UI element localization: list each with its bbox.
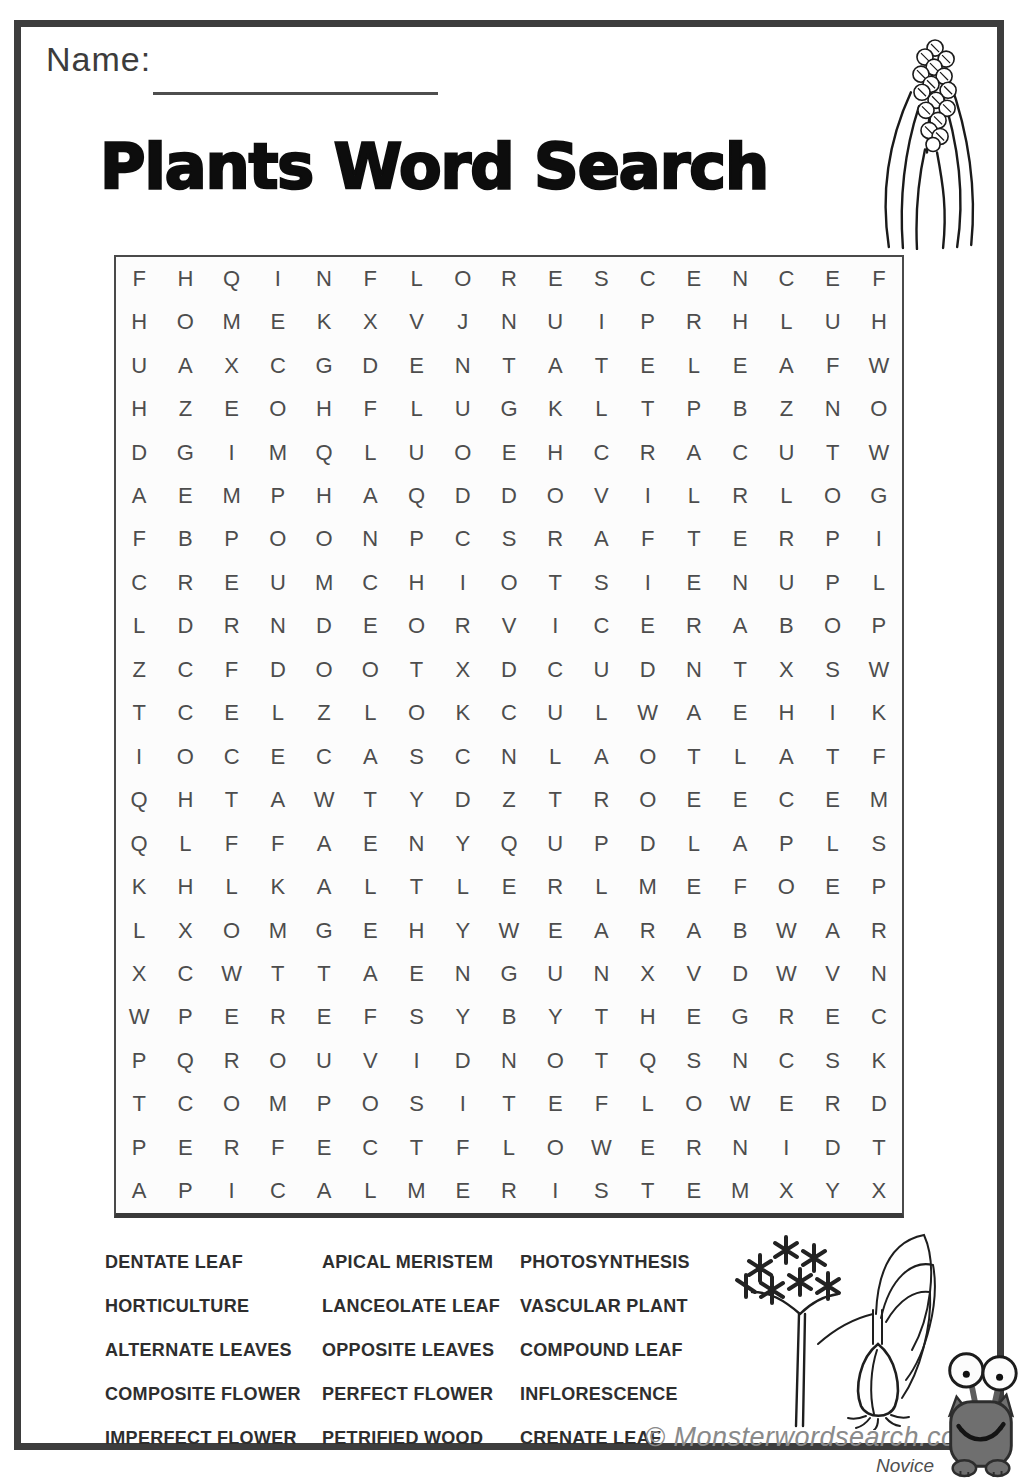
grid-cell-r1c17[interactable]: F	[856, 257, 902, 300]
grid-cell-r13c7[interactable]: Y	[393, 778, 439, 821]
grid-cell-r21c17[interactable]: T	[856, 1126, 902, 1169]
grid-cell-r21c8[interactable]: F	[440, 1126, 486, 1169]
grid-cell-r21c14[interactable]: N	[717, 1126, 763, 1169]
grid-cell-r17c3[interactable]: W	[208, 952, 254, 995]
grid-cell-r14c2[interactable]: L	[162, 822, 208, 865]
grid-cell-r2c7[interactable]: V	[393, 300, 439, 343]
grid-cell-r12c12[interactable]: O	[625, 735, 671, 778]
grid-cell-r1c4[interactable]: I	[255, 257, 301, 300]
grid-cell-r3c3[interactable]: X	[208, 344, 254, 387]
grid-cell-r7c1[interactable]: F	[116, 518, 162, 561]
grid-cell-r14c5[interactable]: A	[301, 822, 347, 865]
grid-cell-r19c14[interactable]: N	[717, 1039, 763, 1082]
grid-cell-r2c12[interactable]: P	[625, 300, 671, 343]
grid-cell-r7c17[interactable]: I	[856, 518, 902, 561]
grid-cell-r12c1[interactable]: I	[116, 735, 162, 778]
grid-cell-r10c15[interactable]: X	[763, 648, 809, 691]
grid-cell-r22c6[interactable]: L	[347, 1170, 393, 1213]
grid-cell-r5c12[interactable]: R	[625, 431, 671, 474]
grid-cell-r16c17[interactable]: R	[856, 909, 902, 952]
grid-cell-r21c15[interactable]: I	[763, 1126, 809, 1169]
grid-cell-r20c10[interactable]: E	[532, 1083, 578, 1126]
grid-cell-r5c6[interactable]: L	[347, 431, 393, 474]
grid-cell-r20c16[interactable]: R	[810, 1083, 856, 1126]
grid-cell-r3c16[interactable]: F	[810, 344, 856, 387]
grid-cell-r6c14[interactable]: R	[717, 474, 763, 517]
grid-cell-r21c2[interactable]: E	[162, 1126, 208, 1169]
grid-cell-r16c5[interactable]: G	[301, 909, 347, 952]
grid-cell-r4c17[interactable]: O	[856, 387, 902, 430]
grid-cell-r11c5[interactable]: Z	[301, 692, 347, 735]
grid-cell-r12c3[interactable]: C	[208, 735, 254, 778]
grid-cell-r22c3[interactable]: I	[208, 1170, 254, 1213]
grid-cell-r12c2[interactable]: O	[162, 735, 208, 778]
grid-cell-r2c4[interactable]: E	[255, 300, 301, 343]
grid-cell-r17c6[interactable]: A	[347, 952, 393, 995]
grid-cell-r18c6[interactable]: F	[347, 996, 393, 1039]
grid-cell-r2c9[interactable]: N	[486, 300, 532, 343]
grid-cell-r1c15[interactable]: C	[763, 257, 809, 300]
grid-cell-r12c7[interactable]: S	[393, 735, 439, 778]
grid-cell-r11c4[interactable]: L	[255, 692, 301, 735]
grid-cell-r18c7[interactable]: S	[393, 996, 439, 1039]
grid-cell-r11c11[interactable]: L	[578, 692, 624, 735]
grid-cell-r7c15[interactable]: R	[763, 518, 809, 561]
grid-cell-r21c12[interactable]: E	[625, 1126, 671, 1169]
grid-cell-r19c1[interactable]: P	[116, 1039, 162, 1082]
grid-cell-r1c14[interactable]: N	[717, 257, 763, 300]
grid-cell-r6c10[interactable]: O	[532, 474, 578, 517]
grid-cell-r4c8[interactable]: U	[440, 387, 486, 430]
grid-cell-r14c7[interactable]: N	[393, 822, 439, 865]
grid-cell-r12c6[interactable]: A	[347, 735, 393, 778]
grid-cell-r14c10[interactable]: U	[532, 822, 578, 865]
grid-cell-r5c17[interactable]: W	[856, 431, 902, 474]
grid-cell-r18c3[interactable]: E	[208, 996, 254, 1039]
grid-cell-r9c12[interactable]: E	[625, 605, 671, 648]
grid-cell-r4c12[interactable]: T	[625, 387, 671, 430]
grid-cell-r7c4[interactable]: O	[255, 518, 301, 561]
grid-cell-r14c4[interactable]: F	[255, 822, 301, 865]
grid-cell-r16c12[interactable]: R	[625, 909, 671, 952]
grid-cell-r17c2[interactable]: C	[162, 952, 208, 995]
grid-cell-r4c7[interactable]: L	[393, 387, 439, 430]
grid-cell-r13c15[interactable]: C	[763, 778, 809, 821]
grid-cell-r17c7[interactable]: E	[393, 952, 439, 995]
grid-cell-r14c6[interactable]: E	[347, 822, 393, 865]
grid-cell-r13c14[interactable]: E	[717, 778, 763, 821]
grid-cell-r2c16[interactable]: U	[810, 300, 856, 343]
grid-cell-r5c8[interactable]: O	[440, 431, 486, 474]
grid-cell-r9c1[interactable]: L	[116, 605, 162, 648]
grid-cell-r7c13[interactable]: T	[671, 518, 717, 561]
grid-cell-r3c6[interactable]: D	[347, 344, 393, 387]
grid-cell-r19c7[interactable]: I	[393, 1039, 439, 1082]
grid-cell-r3c11[interactable]: T	[578, 344, 624, 387]
grid-cell-r22c16[interactable]: Y	[810, 1170, 856, 1213]
grid-cell-r16c6[interactable]: E	[347, 909, 393, 952]
grid-cell-r14c3[interactable]: F	[208, 822, 254, 865]
grid-cell-r7c11[interactable]: A	[578, 518, 624, 561]
grid-cell-r6c2[interactable]: E	[162, 474, 208, 517]
grid-cell-r14c14[interactable]: A	[717, 822, 763, 865]
grid-cell-r13c5[interactable]: W	[301, 778, 347, 821]
grid-cell-r16c3[interactable]: O	[208, 909, 254, 952]
grid-cell-r13c11[interactable]: R	[578, 778, 624, 821]
grid-cell-r11c13[interactable]: A	[671, 692, 717, 735]
grid-cell-r5c11[interactable]: C	[578, 431, 624, 474]
grid-cell-r10c13[interactable]: N	[671, 648, 717, 691]
grid-cell-r2c2[interactable]: O	[162, 300, 208, 343]
grid-cell-r20c13[interactable]: O	[671, 1083, 717, 1126]
grid-cell-r22c8[interactable]: E	[440, 1170, 486, 1213]
grid-cell-r3c10[interactable]: A	[532, 344, 578, 387]
grid-cell-r2c14[interactable]: H	[717, 300, 763, 343]
grid-cell-r4c4[interactable]: O	[255, 387, 301, 430]
grid-cell-r16c8[interactable]: Y	[440, 909, 486, 952]
grid-cell-r9c2[interactable]: D	[162, 605, 208, 648]
grid-cell-r8c1[interactable]: C	[116, 561, 162, 604]
grid-cell-r7c16[interactable]: P	[810, 518, 856, 561]
grid-cell-r5c1[interactable]: D	[116, 431, 162, 474]
grid-cell-r3c9[interactable]: T	[486, 344, 532, 387]
grid-cell-r12c9[interactable]: N	[486, 735, 532, 778]
grid-cell-r18c8[interactable]: Y	[440, 996, 486, 1039]
grid-cell-r10c3[interactable]: F	[208, 648, 254, 691]
grid-cell-r8c6[interactable]: C	[347, 561, 393, 604]
grid-cell-r3c5[interactable]: G	[301, 344, 347, 387]
grid-cell-r22c14[interactable]: M	[717, 1170, 763, 1213]
grid-cell-r6c9[interactable]: D	[486, 474, 532, 517]
grid-cell-r3c2[interactable]: A	[162, 344, 208, 387]
grid-cell-r7c14[interactable]: E	[717, 518, 763, 561]
grid-cell-r22c4[interactable]: C	[255, 1170, 301, 1213]
grid-cell-r17c5[interactable]: T	[301, 952, 347, 995]
grid-cell-r18c2[interactable]: P	[162, 996, 208, 1039]
grid-cell-r8c8[interactable]: I	[440, 561, 486, 604]
grid-cell-r15c17[interactable]: P	[856, 865, 902, 908]
grid-cell-r15c3[interactable]: L	[208, 865, 254, 908]
grid-cell-r18c14[interactable]: G	[717, 996, 763, 1039]
grid-cell-r20c12[interactable]: L	[625, 1083, 671, 1126]
grid-cell-r11c2[interactable]: C	[162, 692, 208, 735]
grid-cell-r2c8[interactable]: J	[440, 300, 486, 343]
grid-cell-r19c12[interactable]: Q	[625, 1039, 671, 1082]
grid-cell-r8c17[interactable]: L	[856, 561, 902, 604]
grid-cell-r13c4[interactable]: A	[255, 778, 301, 821]
grid-cell-r2c11[interactable]: I	[578, 300, 624, 343]
grid-cell-r18c17[interactable]: C	[856, 996, 902, 1039]
grid-cell-r4c6[interactable]: F	[347, 387, 393, 430]
grid-cell-r15c7[interactable]: T	[393, 865, 439, 908]
grid-cell-r1c7[interactable]: L	[393, 257, 439, 300]
grid-cell-r5c9[interactable]: E	[486, 431, 532, 474]
grid-cell-r22c13[interactable]: E	[671, 1170, 717, 1213]
grid-cell-r9c16[interactable]: O	[810, 605, 856, 648]
grid-cell-r14c9[interactable]: Q	[486, 822, 532, 865]
grid-cell-r22c9[interactable]: R	[486, 1170, 532, 1213]
grid-cell-r8c13[interactable]: E	[671, 561, 717, 604]
grid-cell-r9c14[interactable]: A	[717, 605, 763, 648]
grid-cell-r4c16[interactable]: N	[810, 387, 856, 430]
grid-cell-r3c7[interactable]: E	[393, 344, 439, 387]
grid-cell-r1c13[interactable]: E	[671, 257, 717, 300]
grid-cell-r10c8[interactable]: X	[440, 648, 486, 691]
grid-cell-r6c15[interactable]: L	[763, 474, 809, 517]
grid-cell-r11c3[interactable]: E	[208, 692, 254, 735]
grid-cell-r9c11[interactable]: C	[578, 605, 624, 648]
grid-cell-r1c5[interactable]: N	[301, 257, 347, 300]
grid-cell-r4c14[interactable]: B	[717, 387, 763, 430]
grid-cell-r21c11[interactable]: W	[578, 1126, 624, 1169]
grid-cell-r7c2[interactable]: B	[162, 518, 208, 561]
grid-cell-r5c13[interactable]: A	[671, 431, 717, 474]
grid-cell-r6c11[interactable]: V	[578, 474, 624, 517]
grid-cell-r9c6[interactable]: E	[347, 605, 393, 648]
grid-cell-r13c13[interactable]: E	[671, 778, 717, 821]
grid-cell-r6c12[interactable]: I	[625, 474, 671, 517]
grid-cell-r8c11[interactable]: S	[578, 561, 624, 604]
grid-cell-r19c2[interactable]: Q	[162, 1039, 208, 1082]
grid-cell-r10c17[interactable]: W	[856, 648, 902, 691]
grid-cell-r15c4[interactable]: K	[255, 865, 301, 908]
grid-cell-r20c17[interactable]: D	[856, 1083, 902, 1126]
grid-cell-r20c4[interactable]: M	[255, 1083, 301, 1126]
grid-cell-r18c5[interactable]: E	[301, 996, 347, 1039]
grid-cell-r21c13[interactable]: R	[671, 1126, 717, 1169]
grid-cell-r18c11[interactable]: T	[578, 996, 624, 1039]
grid-cell-r8c5[interactable]: M	[301, 561, 347, 604]
grid-cell-r6c4[interactable]: P	[255, 474, 301, 517]
grid-cell-r6c3[interactable]: M	[208, 474, 254, 517]
grid-cell-r8c9[interactable]: O	[486, 561, 532, 604]
grid-cell-r20c7[interactable]: S	[393, 1083, 439, 1126]
grid-cell-r8c4[interactable]: U	[255, 561, 301, 604]
grid-cell-r17c14[interactable]: D	[717, 952, 763, 995]
grid-cell-r3c1[interactable]: U	[116, 344, 162, 387]
grid-cell-r4c9[interactable]: G	[486, 387, 532, 430]
grid-cell-r15c8[interactable]: L	[440, 865, 486, 908]
grid-cell-r21c6[interactable]: C	[347, 1126, 393, 1169]
grid-cell-r17c13[interactable]: V	[671, 952, 717, 995]
grid-cell-r2c6[interactable]: X	[347, 300, 393, 343]
grid-cell-r17c11[interactable]: N	[578, 952, 624, 995]
grid-cell-r19c15[interactable]: C	[763, 1039, 809, 1082]
grid-cell-r15c2[interactable]: H	[162, 865, 208, 908]
grid-cell-r19c16[interactable]: S	[810, 1039, 856, 1082]
grid-cell-r18c9[interactable]: B	[486, 996, 532, 1039]
grid-cell-r11c1[interactable]: T	[116, 692, 162, 735]
grid-cell-r9c7[interactable]: O	[393, 605, 439, 648]
grid-cell-r16c9[interactable]: W	[486, 909, 532, 952]
grid-cell-r15c9[interactable]: E	[486, 865, 532, 908]
grid-cell-r17c8[interactable]: N	[440, 952, 486, 995]
grid-cell-r15c1[interactable]: K	[116, 865, 162, 908]
grid-cell-r5c10[interactable]: H	[532, 431, 578, 474]
grid-cell-r20c5[interactable]: P	[301, 1083, 347, 1126]
grid-cell-r4c11[interactable]: L	[578, 387, 624, 430]
grid-cell-r22c1[interactable]: A	[116, 1170, 162, 1213]
grid-cell-r22c15[interactable]: X	[763, 1170, 809, 1213]
grid-cell-r9c15[interactable]: B	[763, 605, 809, 648]
grid-cell-r10c7[interactable]: T	[393, 648, 439, 691]
grid-cell-r9c10[interactable]: I	[532, 605, 578, 648]
grid-cell-r9c3[interactable]: R	[208, 605, 254, 648]
grid-cell-r11c17[interactable]: K	[856, 692, 902, 735]
grid-cell-r8c10[interactable]: T	[532, 561, 578, 604]
grid-cell-r15c16[interactable]: E	[810, 865, 856, 908]
grid-cell-r16c10[interactable]: E	[532, 909, 578, 952]
grid-cell-r18c15[interactable]: R	[763, 996, 809, 1039]
grid-cell-r11c10[interactable]: U	[532, 692, 578, 735]
grid-cell-r19c6[interactable]: V	[347, 1039, 393, 1082]
grid-cell-r14c13[interactable]: L	[671, 822, 717, 865]
grid-cell-r21c3[interactable]: R	[208, 1126, 254, 1169]
grid-cell-r12c15[interactable]: A	[763, 735, 809, 778]
grid-cell-r14c8[interactable]: Y	[440, 822, 486, 865]
grid-cell-r5c7[interactable]: U	[393, 431, 439, 474]
grid-cell-r10c4[interactable]: D	[255, 648, 301, 691]
grid-cell-r1c16[interactable]: E	[810, 257, 856, 300]
grid-cell-r1c8[interactable]: O	[440, 257, 486, 300]
grid-cell-r4c5[interactable]: H	[301, 387, 347, 430]
grid-cell-r7c6[interactable]: N	[347, 518, 393, 561]
grid-cell-r3c14[interactable]: E	[717, 344, 763, 387]
grid-cell-r9c5[interactable]: D	[301, 605, 347, 648]
grid-cell-r15c13[interactable]: E	[671, 865, 717, 908]
grid-cell-r15c14[interactable]: F	[717, 865, 763, 908]
grid-cell-r11c15[interactable]: H	[763, 692, 809, 735]
grid-cell-r5c4[interactable]: M	[255, 431, 301, 474]
grid-cell-r21c9[interactable]: L	[486, 1126, 532, 1169]
grid-cell-r13c9[interactable]: Z	[486, 778, 532, 821]
grid-cell-r10c11[interactable]: U	[578, 648, 624, 691]
grid-cell-r19c9[interactable]: N	[486, 1039, 532, 1082]
grid-cell-r10c16[interactable]: S	[810, 648, 856, 691]
grid-cell-r20c6[interactable]: O	[347, 1083, 393, 1126]
grid-cell-r19c3[interactable]: R	[208, 1039, 254, 1082]
grid-cell-r19c17[interactable]: K	[856, 1039, 902, 1082]
grid-cell-r1c10[interactable]: E	[532, 257, 578, 300]
grid-cell-r16c13[interactable]: A	[671, 909, 717, 952]
grid-cell-r17c12[interactable]: X	[625, 952, 671, 995]
grid-cell-r14c11[interactable]: P	[578, 822, 624, 865]
grid-cell-r6c5[interactable]: H	[301, 474, 347, 517]
grid-cell-r9c13[interactable]: R	[671, 605, 717, 648]
grid-cell-r2c13[interactable]: R	[671, 300, 717, 343]
grid-cell-r11c12[interactable]: W	[625, 692, 671, 735]
grid-cell-r5c14[interactable]: C	[717, 431, 763, 474]
grid-cell-r7c3[interactable]: P	[208, 518, 254, 561]
grid-cell-r15c11[interactable]: L	[578, 865, 624, 908]
grid-cell-r16c15[interactable]: W	[763, 909, 809, 952]
grid-cell-r7c12[interactable]: F	[625, 518, 671, 561]
grid-cell-r9c4[interactable]: N	[255, 605, 301, 648]
grid-cell-r21c7[interactable]: T	[393, 1126, 439, 1169]
grid-cell-r9c17[interactable]: P	[856, 605, 902, 648]
grid-cell-r17c10[interactable]: U	[532, 952, 578, 995]
grid-cell-r12c8[interactable]: C	[440, 735, 486, 778]
grid-cell-r8c14[interactable]: N	[717, 561, 763, 604]
grid-cell-r4c10[interactable]: K	[532, 387, 578, 430]
grid-cell-r20c15[interactable]: E	[763, 1083, 809, 1126]
grid-cell-r14c17[interactable]: S	[856, 822, 902, 865]
grid-cell-r4c2[interactable]: Z	[162, 387, 208, 430]
grid-cell-r2c15[interactable]: L	[763, 300, 809, 343]
grid-cell-r10c12[interactable]: D	[625, 648, 671, 691]
grid-cell-r8c16[interactable]: P	[810, 561, 856, 604]
grid-cell-r13c12[interactable]: O	[625, 778, 671, 821]
grid-cell-r20c8[interactable]: I	[440, 1083, 486, 1126]
grid-cell-r13c10[interactable]: T	[532, 778, 578, 821]
grid-cell-r13c3[interactable]: T	[208, 778, 254, 821]
grid-cell-r10c14[interactable]: T	[717, 648, 763, 691]
grid-cell-r22c12[interactable]: T	[625, 1170, 671, 1213]
grid-cell-r16c14[interactable]: B	[717, 909, 763, 952]
grid-cell-r5c15[interactable]: U	[763, 431, 809, 474]
grid-cell-r4c15[interactable]: Z	[763, 387, 809, 430]
grid-cell-r12c11[interactable]: A	[578, 735, 624, 778]
grid-cell-r18c4[interactable]: R	[255, 996, 301, 1039]
grid-cell-r20c9[interactable]: T	[486, 1083, 532, 1126]
grid-cell-r13c2[interactable]: H	[162, 778, 208, 821]
grid-cell-r8c3[interactable]: E	[208, 561, 254, 604]
grid-cell-r16c11[interactable]: A	[578, 909, 624, 952]
grid-cell-r13c6[interactable]: T	[347, 778, 393, 821]
grid-cell-r16c7[interactable]: H	[393, 909, 439, 952]
grid-cell-r12c10[interactable]: L	[532, 735, 578, 778]
grid-cell-r18c12[interactable]: H	[625, 996, 671, 1039]
grid-cell-r1c1[interactable]: F	[116, 257, 162, 300]
grid-cell-r19c8[interactable]: D	[440, 1039, 486, 1082]
grid-cell-r10c1[interactable]: Z	[116, 648, 162, 691]
grid-cell-r6c6[interactable]: A	[347, 474, 393, 517]
grid-cell-r14c1[interactable]: Q	[116, 822, 162, 865]
grid-cell-r22c5[interactable]: A	[301, 1170, 347, 1213]
grid-cell-r21c10[interactable]: O	[532, 1126, 578, 1169]
grid-cell-r2c5[interactable]: K	[301, 300, 347, 343]
grid-cell-r22c11[interactable]: S	[578, 1170, 624, 1213]
grid-cell-r11c6[interactable]: L	[347, 692, 393, 735]
grid-cell-r12c17[interactable]: F	[856, 735, 902, 778]
grid-cell-r21c5[interactable]: E	[301, 1126, 347, 1169]
grid-cell-r3c12[interactable]: E	[625, 344, 671, 387]
grid-cell-r3c13[interactable]: L	[671, 344, 717, 387]
grid-cell-r5c16[interactable]: T	[810, 431, 856, 474]
grid-cell-r3c15[interactable]: A	[763, 344, 809, 387]
grid-cell-r7c10[interactable]: R	[532, 518, 578, 561]
grid-cell-r13c1[interactable]: Q	[116, 778, 162, 821]
grid-cell-r16c16[interactable]: A	[810, 909, 856, 952]
grid-cell-r22c10[interactable]: I	[532, 1170, 578, 1213]
grid-cell-r10c5[interactable]: O	[301, 648, 347, 691]
grid-cell-r14c16[interactable]: L	[810, 822, 856, 865]
grid-cell-r3c17[interactable]: W	[856, 344, 902, 387]
grid-cell-r11c7[interactable]: O	[393, 692, 439, 735]
grid-cell-r9c8[interactable]: R	[440, 605, 486, 648]
grid-cell-r17c4[interactable]: T	[255, 952, 301, 995]
grid-cell-r19c13[interactable]: S	[671, 1039, 717, 1082]
grid-cell-r11c9[interactable]: C	[486, 692, 532, 735]
grid-cell-r21c1[interactable]: P	[116, 1126, 162, 1169]
grid-cell-r3c8[interactable]: N	[440, 344, 486, 387]
grid-cell-r17c1[interactable]: X	[116, 952, 162, 995]
grid-cell-r6c16[interactable]: O	[810, 474, 856, 517]
grid-cell-r2c10[interactable]: U	[532, 300, 578, 343]
grid-cell-r19c11[interactable]: T	[578, 1039, 624, 1082]
grid-cell-r20c2[interactable]: C	[162, 1083, 208, 1126]
grid-cell-r9c9[interactable]: V	[486, 605, 532, 648]
